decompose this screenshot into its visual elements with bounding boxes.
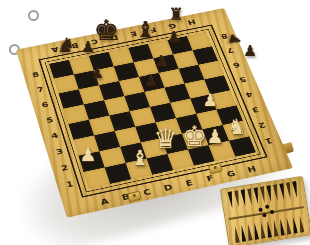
white-knight-h2[interactable]: ♞ — [228, 117, 247, 138]
file-label-bottom-H: H — [240, 163, 264, 175]
rank-label-right-3: 3 — [244, 104, 267, 115]
white-queen-d2[interactable]: ♛ — [154, 125, 178, 152]
black-pawn-e5[interactable]: ♟ — [143, 73, 157, 89]
backgammon-point — [272, 220, 279, 237]
rank-label-left-1: 1 — [58, 178, 82, 190]
backgammon-bottom-points — [233, 215, 305, 243]
backgammon-point — [260, 186, 267, 203]
backgammon-top-points — [227, 181, 299, 209]
backgammon-point — [266, 185, 273, 202]
backgammon-point — [292, 181, 299, 198]
rank-label-left-2: 2 — [53, 162, 76, 174]
backgammon-point — [278, 218, 285, 235]
rank-label-left-4: 4 — [43, 130, 66, 142]
white-bishop-c1[interactable]: ♝ — [131, 148, 150, 169]
rank-label-right-5: 5 — [231, 74, 254, 85]
white-pawn-a2[interactable]: ♟ — [80, 145, 97, 164]
white-pawn-f2[interactable]: ♟ — [207, 127, 224, 146]
black-pawn-captured-lying[interactable]: ♟ — [227, 32, 244, 48]
backgammon-point — [233, 226, 240, 243]
rank-label-left-6: 6 — [34, 99, 57, 110]
black-king-c8[interactable]: ♚ — [94, 17, 119, 45]
backgammon-checker[interactable] — [262, 213, 267, 218]
black-pawn-captured-standing[interactable]: ♟ — [244, 44, 257, 59]
backgammon-board[interactable] — [220, 176, 310, 245]
backgammon-checker[interactable] — [270, 210, 275, 215]
black-bishop-e8[interactable]: ♝ — [136, 19, 156, 41]
backgammon-checker[interactable] — [258, 208, 263, 213]
file-label-bottom-A: A — [93, 195, 117, 208]
backgammon-point — [240, 189, 247, 206]
rank-label-right-1: 1 — [257, 135, 280, 147]
black-pawn-b6[interactable]: ♟ — [91, 66, 104, 81]
backgammon-point — [239, 225, 246, 242]
backgammon-point — [246, 224, 253, 241]
black-knight-a8[interactable]: ♞ — [57, 35, 75, 55]
white-king-e2[interactable]: ♚ — [182, 123, 207, 151]
rank-label-left-3: 3 — [48, 146, 71, 158]
backgammon-point — [286, 182, 293, 199]
rank-label-left-7: 7 — [29, 84, 51, 95]
backgammon-point — [298, 215, 305, 232]
backgammon-point — [273, 184, 280, 201]
backgammon-point — [252, 223, 259, 240]
white-pawn-g3[interactable]: ♟ — [203, 92, 218, 109]
rank-label-left-8: 8 — [25, 69, 47, 80]
rank-label-right-4: 4 — [238, 89, 261, 100]
rank-label-right-2: 2 — [250, 120, 273, 132]
file-label-bottom-D: D — [156, 181, 180, 193]
backgammon-point — [291, 216, 298, 233]
backgammon-point — [285, 217, 292, 234]
hinge-ring-icon — [28, 10, 39, 21]
black-pawn-e6[interactable]: ♟ — [155, 54, 168, 69]
backgammon-point — [265, 221, 272, 238]
black-pawn-b8[interactable]: ♟ — [82, 40, 95, 55]
black-pawn-g8[interactable]: ♟ — [168, 30, 181, 45]
backgammon-point — [279, 183, 286, 200]
backgammon-point — [253, 187, 260, 204]
rank-label-right-6: 6 — [225, 60, 247, 71]
black-rook-on-border[interactable]: ♜ — [169, 6, 184, 23]
backgammon-point — [247, 188, 254, 205]
rank-label-left-5: 5 — [38, 114, 61, 125]
backgammon-point — [234, 190, 241, 207]
backgammon-point — [227, 191, 234, 208]
file-label-bottom-E: E — [177, 177, 201, 189]
backgammon-point — [259, 222, 266, 239]
product-photo-scene: AABBCCDDEEFFGGHH8877665544332211 ♞♟♚♝♟♟♟… — [0, 0, 310, 245]
backgammon-checker[interactable] — [265, 204, 270, 209]
